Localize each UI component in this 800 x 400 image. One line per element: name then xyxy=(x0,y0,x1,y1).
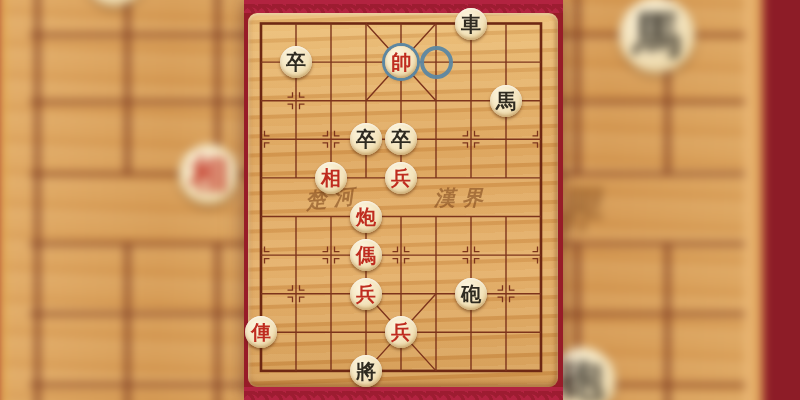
bg-grid-vline xyxy=(215,242,220,400)
piece-black-horse[interactable]: 馬 xyxy=(490,85,522,117)
game-panel: 楚河 漢界 車卒帥馬卒卒相兵炮傌兵砲俥兵將 xyxy=(244,0,563,400)
piece-black-soldier[interactable]: 卒 xyxy=(385,123,417,155)
bg-grid-vline xyxy=(125,0,130,175)
piece-red-general[interactable]: 帥 xyxy=(385,46,417,78)
piece-black-general[interactable]: 將 xyxy=(350,355,382,387)
piece-red-cannon[interactable]: 炮 xyxy=(350,201,382,233)
bg-grid-vline xyxy=(575,0,580,175)
bg-grid-vline xyxy=(35,0,40,400)
piece-red-soldier[interactable]: 兵 xyxy=(385,162,417,194)
bg-grid-vline xyxy=(665,242,670,400)
piece-black-soldier[interactable]: 卒 xyxy=(350,123,382,155)
piece-red-soldier[interactable]: 兵 xyxy=(350,278,382,310)
frame-pattern-bottom xyxy=(244,387,563,400)
piece-red-soldier[interactable]: 兵 xyxy=(385,316,417,348)
bg-left-gold-stripe xyxy=(0,0,5,400)
bg-grid-vline xyxy=(125,242,130,400)
xiangqi-board[interactable]: 楚河 漢界 車卒帥馬卒卒相兵炮傌兵砲俥兵將 xyxy=(248,13,558,387)
piece-black-cannon[interactable]: 砲 xyxy=(455,278,487,310)
piece-red-elephant[interactable]: 相 xyxy=(315,162,347,194)
pieces-layer: 車卒帥馬卒卒相兵炮傌兵砲俥兵將 xyxy=(248,13,558,387)
piece-red-chariot[interactable]: 俥 xyxy=(245,316,277,348)
frame-pattern-top xyxy=(244,0,563,13)
bg-right-red-column xyxy=(763,0,800,400)
move-target-ring[interactable] xyxy=(420,46,453,79)
piece-black-soldier[interactable]: 卒 xyxy=(280,46,312,78)
bg-piece-馬: 馬 xyxy=(619,0,695,73)
piece-red-horse[interactable]: 傌 xyxy=(350,239,382,271)
piece-black-chariot[interactable]: 車 xyxy=(455,8,487,40)
bg-right-wood-edge xyxy=(745,0,763,400)
bg-piece-相: 相 xyxy=(179,144,239,204)
